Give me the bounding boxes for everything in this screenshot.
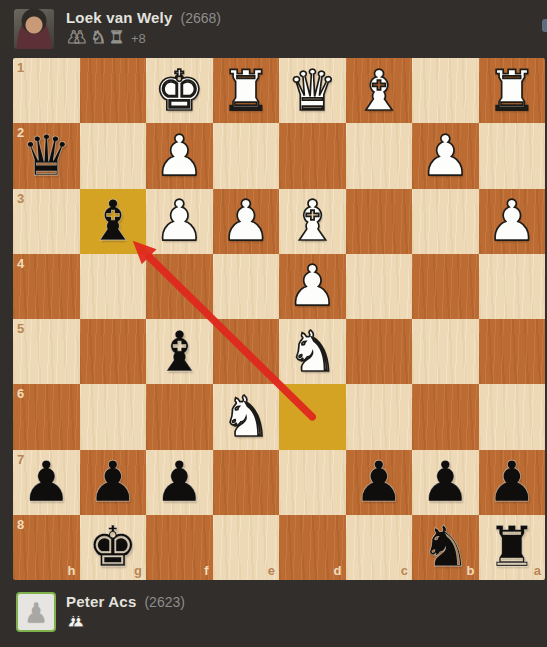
white-rook-a1[interactable]: ♜ — [479, 58, 546, 123]
player-avatar-bottom[interactable]: ♟ — [16, 592, 56, 632]
square-g3[interactable]: ♝ — [80, 189, 147, 254]
rank-label-8: 8 — [17, 518, 24, 531]
captured-icons-bottom: ♟♟ — [66, 613, 89, 631]
square-a4[interactable] — [479, 254, 546, 319]
square-e1[interactable]: ♜ — [213, 58, 280, 123]
captured-pieces-top: ♟♟♞♜ +8 — [66, 28, 221, 48]
rank-label-3: 3 — [17, 192, 24, 205]
black-pawn-h7[interactable]: ♟ — [13, 450, 80, 515]
rank-label-1: 1 — [17, 61, 24, 74]
white-rook-e1[interactable]: ♜ — [213, 58, 280, 123]
square-c4[interactable] — [346, 254, 413, 319]
white-pawn-b2[interactable]: ♟ — [412, 123, 479, 188]
white-pawn-a3[interactable]: ♟ — [479, 189, 546, 254]
square-d5[interactable]: ♞ — [279, 319, 346, 384]
square-e3[interactable]: ♟ — [213, 189, 280, 254]
white-knight-e6[interactable]: ♞ — [213, 384, 280, 449]
square-d2[interactable] — [279, 123, 346, 188]
square-f6[interactable] — [146, 384, 213, 449]
black-rook-a8[interactable]: ♜ — [479, 515, 546, 580]
square-f2[interactable]: ♟ — [146, 123, 213, 188]
square-b1[interactable] — [412, 58, 479, 123]
player-rating-bottom: (2623) — [144, 594, 184, 610]
square-g5[interactable] — [80, 319, 147, 384]
white-queen-d1[interactable]: ♛ — [279, 58, 346, 123]
square-a6[interactable] — [479, 384, 546, 449]
square-d4[interactable]: ♟ — [279, 254, 346, 319]
square-c3[interactable] — [346, 189, 413, 254]
square-h8[interactable]: 8h — [13, 515, 80, 580]
black-pawn-f7[interactable]: ♟ — [146, 450, 213, 515]
square-b4[interactable] — [412, 254, 479, 319]
file-label-c: c — [401, 564, 408, 577]
square-e2[interactable] — [213, 123, 280, 188]
square-a1[interactable]: ♜ — [479, 58, 546, 123]
square-e8[interactable]: e — [213, 515, 280, 580]
player-name-top[interactable]: Loek van Wely — [66, 9, 173, 26]
square-h3[interactable]: 3 — [13, 189, 80, 254]
square-h1[interactable]: 1 — [13, 58, 80, 123]
black-bishop-f5[interactable]: ♝ — [146, 319, 213, 384]
player-bar-top: Loek van Wely (2668) ♟♟♞♜ +8 — [0, 0, 547, 58]
material-advantage-top: +8 — [131, 31, 146, 46]
square-h7[interactable]: 7♟ — [13, 450, 80, 515]
square-f4[interactable] — [146, 254, 213, 319]
cut-off-edge-icon[interactable] — [542, 19, 547, 32]
square-g6[interactable] — [80, 384, 147, 449]
square-d3[interactable]: ♝ — [279, 189, 346, 254]
file-label-d: d — [334, 564, 342, 577]
square-e6[interactable]: ♞ — [213, 384, 280, 449]
square-c6[interactable] — [346, 384, 413, 449]
square-f7[interactable]: ♟ — [146, 450, 213, 515]
square-b5[interactable] — [412, 319, 479, 384]
rank-label-4: 4 — [17, 257, 24, 270]
square-f5[interactable]: ♝ — [146, 319, 213, 384]
square-g1[interactable] — [80, 58, 147, 123]
file-label-f: f — [204, 564, 208, 577]
square-a3[interactable]: ♟ — [479, 189, 546, 254]
square-c7[interactable]: ♟ — [346, 450, 413, 515]
square-a5[interactable] — [479, 319, 546, 384]
square-c8[interactable]: c — [346, 515, 413, 580]
square-c2[interactable] — [346, 123, 413, 188]
rank-label-5: 5 — [17, 322, 24, 335]
captured-pieces-bottom: ♟♟ — [66, 612, 185, 632]
black-knight-b8[interactable]: ♞ — [412, 515, 479, 580]
square-c5[interactable] — [346, 319, 413, 384]
captured-pawn-icon: ♟ — [72, 27, 87, 47]
black-pawn-c7[interactable]: ♟ — [346, 450, 413, 515]
square-b3[interactable] — [412, 189, 479, 254]
square-g4[interactable] — [80, 254, 147, 319]
pawn-avatar-icon: ♟ — [24, 599, 48, 626]
chess-board: 1♚♜♛♝♜2♛♟♟3♝♟♟♝♟4♟5♝♞6♞7♟♟♟♟♟♟8hg♚fedcb♞… — [13, 58, 545, 580]
white-king-f1[interactable]: ♚ — [146, 58, 213, 123]
square-a8[interactable]: a♜ — [479, 515, 546, 580]
white-knight-d5[interactable]: ♞ — [279, 319, 346, 384]
white-pawn-f2[interactable]: ♟ — [146, 123, 213, 188]
square-e5[interactable] — [213, 319, 280, 384]
square-d7[interactable] — [279, 450, 346, 515]
captured-pawn-icon: ♟ — [71, 612, 85, 631]
square-b8[interactable]: b♞ — [412, 515, 479, 580]
rank-label-6: 6 — [17, 387, 24, 400]
white-pawn-f3[interactable]: ♟ — [146, 189, 213, 254]
black-pawn-a7[interactable]: ♟ — [479, 450, 546, 515]
black-pawn-g7[interactable]: ♟ — [80, 450, 147, 515]
captured-icons-top: ♟♟♞♜ — [66, 29, 127, 47]
square-a2[interactable] — [479, 123, 546, 188]
player-avatar-top[interactable] — [14, 9, 54, 49]
white-pawn-e3[interactable]: ♟ — [213, 189, 280, 254]
square-f3[interactable]: ♟ — [146, 189, 213, 254]
square-d6[interactable] — [279, 384, 346, 449]
square-f8[interactable]: f — [146, 515, 213, 580]
captured-rook-icon: ♜ — [109, 27, 124, 47]
square-d8[interactable]: d — [279, 515, 346, 580]
square-g7[interactable]: ♟ — [80, 450, 147, 515]
black-king-g8[interactable]: ♚ — [80, 515, 147, 580]
square-e4[interactable] — [213, 254, 280, 319]
square-a7[interactable]: ♟ — [479, 450, 546, 515]
player-bar-bottom: ♟ Peter Acs (2623) ♟♟ — [0, 580, 547, 647]
black-pawn-b7[interactable]: ♟ — [412, 450, 479, 515]
file-label-e: e — [268, 564, 275, 577]
captured-knight-icon: ♞ — [91, 27, 106, 47]
file-label-h: h — [68, 564, 76, 577]
square-h4[interactable]: 4 — [13, 254, 80, 319]
player-rating-top: (2668) — [181, 10, 221, 26]
square-h5[interactable]: 5 — [13, 319, 80, 384]
square-e7[interactable] — [213, 450, 280, 515]
square-b2[interactable]: ♟ — [412, 123, 479, 188]
black-bishop-g3[interactable]: ♝ — [80, 189, 147, 254]
square-h2[interactable]: 2♛ — [13, 123, 80, 188]
white-pawn-d4[interactable]: ♟ — [279, 254, 346, 319]
black-queen-h2[interactable]: ♛ — [13, 123, 80, 188]
square-h6[interactable]: 6 — [13, 384, 80, 449]
player-name-bottom[interactable]: Peter Acs — [66, 593, 136, 610]
white-bishop-d3[interactable]: ♝ — [279, 189, 346, 254]
square-c1[interactable]: ♝ — [346, 58, 413, 123]
square-b7[interactable]: ♟ — [412, 450, 479, 515]
square-d1[interactable]: ♛ — [279, 58, 346, 123]
square-b6[interactable] — [412, 384, 479, 449]
square-g8[interactable]: g♚ — [80, 515, 147, 580]
square-g2[interactable] — [80, 123, 147, 188]
square-f1[interactable]: ♚ — [146, 58, 213, 123]
white-bishop-c1[interactable]: ♝ — [346, 58, 413, 123]
